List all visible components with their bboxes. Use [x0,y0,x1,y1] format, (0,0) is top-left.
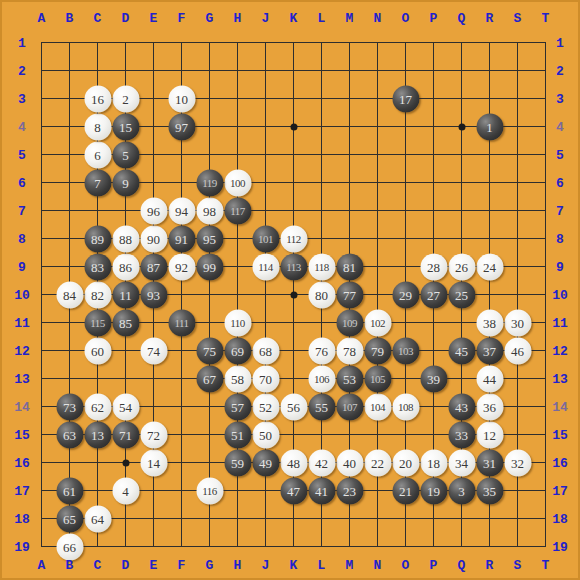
grid-line [41,210,546,211]
stone-white-L13[interactable]: 106 [308,365,335,392]
stone-black-C8[interactable]: 89 [84,225,111,252]
stone-white-Q9[interactable]: 26 [448,253,475,280]
stone-black-H15[interactable]: 51 [224,421,251,448]
grid-line [41,70,546,71]
stone-black-R4[interactable]: 1 [476,113,503,140]
stone-black-O3[interactable]: 17 [392,85,419,112]
stone-white-O16[interactable]: 20 [392,449,419,476]
stone-black-M9[interactable]: 81 [336,253,363,280]
stone-white-C10[interactable]: 82 [84,281,111,308]
row-label-right-2[interactable]: 2 [556,63,564,78]
stone-white-J13[interactable]: 70 [252,365,279,392]
stone-black-Q15[interactable]: 33 [448,421,475,448]
stone-black-D4[interactable]: 15 [112,113,139,140]
stone-black-F4[interactable]: 97 [168,113,195,140]
stone-black-G12[interactable]: 75 [196,337,223,364]
stone-black-G9[interactable]: 99 [196,253,223,280]
col-label-top-K[interactable]: K [290,11,298,26]
row-label-left-3[interactable]: 3 [18,91,26,106]
row-label-left-5[interactable]: 5 [18,147,26,162]
col-label-bottom-O[interactable]: O [402,558,410,573]
grid-line [41,42,546,43]
stone-black-C15[interactable]: 13 [84,421,111,448]
col-label-bottom-Q[interactable]: Q [458,558,466,573]
stone-white-E8[interactable]: 90 [140,225,167,252]
stone-black-G6[interactable]: 119 [196,169,223,196]
stone-white-R11[interactable]: 38 [476,309,503,336]
stone-white-C4[interactable]: 8 [84,113,111,140]
stone-black-O17[interactable]: 21 [392,477,419,504]
stone-white-R14[interactable]: 36 [476,393,503,420]
stone-black-J8[interactable]: 101 [252,225,279,252]
stone-white-K8[interactable]: 112 [280,225,307,252]
stone-white-J15[interactable]: 50 [252,421,279,448]
stone-white-S12[interactable]: 46 [504,337,531,364]
stone-black-M10[interactable]: 77 [336,281,363,308]
stone-black-D10[interactable]: 11 [112,281,139,308]
stone-white-D17[interactable]: 4 [112,477,139,504]
stone-white-C12[interactable]: 60 [84,337,111,364]
col-label-top-C[interactable]: C [94,11,102,26]
col-label-bottom-T[interactable]: T [542,558,550,573]
stone-black-O12[interactable]: 103 [392,337,419,364]
col-label-top-D[interactable]: D [122,11,130,26]
stone-black-G8[interactable]: 95 [196,225,223,252]
col-label-top-P[interactable]: P [430,11,438,26]
stone-black-H7[interactable]: 117 [224,197,251,224]
stone-black-N12[interactable]: 79 [364,337,391,364]
stone-white-N11[interactable]: 102 [364,309,391,336]
row-label-right-15[interactable]: 15 [552,427,568,442]
row-label-right-19[interactable]: 19 [552,539,568,554]
stone-black-Q10[interactable]: 25 [448,281,475,308]
stone-black-D5[interactable]: 5 [112,141,139,168]
stone-black-R12[interactable]: 37 [476,337,503,364]
row-label-left-8[interactable]: 8 [18,231,26,246]
stone-black-D6[interactable]: 9 [112,169,139,196]
stone-black-M11[interactable]: 109 [336,309,363,336]
stone-white-P16[interactable]: 18 [420,449,447,476]
col-label-bottom-C[interactable]: C [94,558,102,573]
stone-white-G17[interactable]: 116 [196,477,223,504]
col-label-bottom-M[interactable]: M [346,558,354,573]
stone-white-G7[interactable]: 98 [196,197,223,224]
row-label-left-4[interactable]: 4 [18,119,26,134]
stone-black-K17[interactable]: 47 [280,477,307,504]
row-label-right-5[interactable]: 5 [556,147,564,162]
col-label-bottom-R[interactable]: R [486,558,494,573]
stone-white-J12[interactable]: 68 [252,337,279,364]
stone-black-Q17[interactable]: 3 [448,477,475,504]
col-label-bottom-J[interactable]: J [262,558,270,573]
stone-white-E15[interactable]: 72 [140,421,167,448]
stone-white-S16[interactable]: 32 [504,449,531,476]
stone-white-K16[interactable]: 48 [280,449,307,476]
stone-black-B14[interactable]: 73 [56,393,83,420]
col-label-top-S[interactable]: S [514,11,522,26]
stone-white-K14[interactable]: 56 [280,393,307,420]
stone-white-L12[interactable]: 76 [308,337,335,364]
col-label-top-E[interactable]: E [150,11,158,26]
stone-black-C9[interactable]: 83 [84,253,111,280]
col-label-bottom-F[interactable]: F [178,558,186,573]
row-label-left-15[interactable]: 15 [14,427,30,442]
stone-white-C3[interactable]: 16 [84,85,111,112]
stone-black-B17[interactable]: 61 [56,477,83,504]
stone-black-D15[interactable]: 71 [112,421,139,448]
stone-black-F8[interactable]: 91 [168,225,195,252]
grid-line [41,546,546,547]
row-label-right-18[interactable]: 18 [552,511,568,526]
grid-line [41,378,546,379]
stone-white-C14[interactable]: 62 [84,393,111,420]
stone-black-J16[interactable]: 49 [252,449,279,476]
stone-black-H14[interactable]: 57 [224,393,251,420]
row-label-right-1[interactable]: 1 [556,35,564,50]
col-label-top-L[interactable]: L [318,11,326,26]
col-label-bottom-K[interactable]: K [290,558,298,573]
stone-black-P10[interactable]: 27 [420,281,447,308]
stone-black-P13[interactable]: 39 [420,365,447,392]
stone-white-R15[interactable]: 12 [476,421,503,448]
col-label-top-T[interactable]: T [542,11,550,26]
row-label-left-12[interactable]: 12 [14,343,30,358]
stone-white-O14[interactable]: 108 [392,393,419,420]
stone-white-F3[interactable]: 10 [168,85,195,112]
col-label-top-Q[interactable]: Q [458,11,466,26]
stone-white-C18[interactable]: 64 [84,505,111,532]
row-label-right-13[interactable]: 13 [552,371,568,386]
row-label-left-14[interactable]: 14 [14,399,30,414]
col-label-bottom-P[interactable]: P [430,558,438,573]
stone-white-E12[interactable]: 74 [140,337,167,364]
stone-white-J14[interactable]: 52 [252,393,279,420]
stone-black-M13[interactable]: 53 [336,365,363,392]
row-label-right-16[interactable]: 16 [552,455,568,470]
stone-white-L9[interactable]: 118 [308,253,335,280]
stone-white-H6[interactable]: 100 [224,169,251,196]
stone-black-M17[interactable]: 23 [336,477,363,504]
row-label-left-7[interactable]: 7 [18,203,26,218]
stone-white-N14[interactable]: 104 [364,393,391,420]
col-label-bottom-L[interactable]: L [318,558,326,573]
row-label-right-12[interactable]: 12 [552,343,568,358]
stone-white-C5[interactable]: 6 [84,141,111,168]
stone-white-L10[interactable]: 80 [308,281,335,308]
col-label-top-O[interactable]: O [402,11,410,26]
col-label-top-R[interactable]: R [486,11,494,26]
row-label-right-7[interactable]: 7 [556,203,564,218]
col-label-bottom-B[interactable]: B [66,558,74,573]
stone-black-N13[interactable]: 105 [364,365,391,392]
stone-black-H12[interactable]: 69 [224,337,251,364]
row-label-left-17[interactable]: 17 [14,483,30,498]
col-label-top-G[interactable]: G [206,11,214,26]
row-label-right-17[interactable]: 17 [552,483,568,498]
col-label-bottom-G[interactable]: G [206,558,214,573]
row-label-right-10[interactable]: 10 [552,287,568,302]
stone-black-Q14[interactable]: 43 [448,393,475,420]
stone-white-F9[interactable]: 92 [168,253,195,280]
stone-black-D11[interactable]: 85 [112,309,139,336]
col-label-top-F[interactable]: F [178,11,186,26]
col-label-bottom-N[interactable]: N [374,558,382,573]
stone-black-R17[interactable]: 35 [476,477,503,504]
stone-white-D3[interactable]: 2 [112,85,139,112]
row-label-right-4[interactable]: 4 [556,119,564,134]
stone-black-C6[interactable]: 7 [84,169,111,196]
row-label-left-10[interactable]: 10 [14,287,30,302]
col-label-top-J[interactable]: J [262,11,270,26]
col-label-bottom-D[interactable]: D [122,558,130,573]
stone-white-P9[interactable]: 28 [420,253,447,280]
stone-white-E7[interactable]: 96 [140,197,167,224]
stone-white-M12[interactable]: 78 [336,337,363,364]
star-point-K10 [290,291,297,298]
stone-black-B18[interactable]: 65 [56,505,83,532]
row-label-right-11[interactable]: 11 [552,315,568,330]
stone-black-E10[interactable]: 93 [140,281,167,308]
row-label-left-9[interactable]: 9 [18,259,26,274]
stone-white-Q16[interactable]: 34 [448,449,475,476]
stone-white-H13[interactable]: 58 [224,365,251,392]
col-label-top-H[interactable]: H [234,11,242,26]
col-label-bottom-S[interactable]: S [514,558,522,573]
row-label-right-8[interactable]: 8 [556,231,564,246]
col-label-top-N[interactable]: N [374,11,382,26]
stone-black-F11[interactable]: 111 [168,309,195,336]
col-label-bottom-H[interactable]: H [234,558,242,573]
stone-black-L17[interactable]: 41 [308,477,335,504]
col-label-bottom-A[interactable]: A [38,558,46,573]
stone-white-B10[interactable]: 84 [56,281,83,308]
stone-white-R13[interactable]: 44 [476,365,503,392]
stone-white-N16[interactable]: 22 [364,449,391,476]
stone-white-H11[interactable]: 110 [224,309,251,336]
stone-white-M16[interactable]: 40 [336,449,363,476]
stone-white-B19[interactable]: 66 [56,533,83,560]
stone-black-P17[interactable]: 19 [420,477,447,504]
col-label-bottom-E[interactable]: E [150,558,158,573]
stone-white-L16[interactable]: 42 [308,449,335,476]
col-label-top-M[interactable]: M [346,11,354,26]
star-point-K4 [290,123,297,130]
row-label-right-6[interactable]: 6 [556,175,564,190]
row-label-left-6[interactable]: 6 [18,175,26,190]
stone-black-K9[interactable]: 113 [280,253,307,280]
grid-line [41,518,546,519]
stone-white-E16[interactable]: 14 [140,449,167,476]
stone-black-E9[interactable]: 87 [140,253,167,280]
row-label-left-1[interactable]: 1 [18,35,26,50]
stone-black-G13[interactable]: 67 [196,365,223,392]
star-point-D16 [122,459,129,466]
stone-black-L14[interactable]: 55 [308,393,335,420]
row-label-left-11[interactable]: 11 [14,315,30,330]
stone-white-F7[interactable]: 94 [168,197,195,224]
col-label-top-A[interactable]: A [38,11,46,26]
star-point-Q4 [458,123,465,130]
row-label-left-2[interactable]: 2 [18,63,26,78]
row-label-left-16[interactable]: 16 [14,455,30,470]
row-label-right-9[interactable]: 9 [556,259,564,274]
stone-white-D8[interactable]: 88 [112,225,139,252]
stone-black-Q12[interactable]: 45 [448,337,475,364]
col-label-top-B[interactable]: B [66,11,74,26]
row-label-right-3[interactable]: 3 [556,91,564,106]
stone-white-J9[interactable]: 114 [252,253,279,280]
stone-black-O10[interactable]: 29 [392,281,419,308]
stone-white-D14[interactable]: 54 [112,393,139,420]
stone-white-D9[interactable]: 86 [112,253,139,280]
stone-black-R16[interactable]: 31 [476,449,503,476]
stone-black-H16[interactable]: 59 [224,449,251,476]
row-label-left-19[interactable]: 19 [14,539,30,554]
stone-black-B15[interactable]: 63 [56,421,83,448]
stone-black-C11[interactable]: 115 [84,309,111,336]
stone-black-M14[interactable]: 107 [336,393,363,420]
row-label-left-18[interactable]: 18 [14,511,30,526]
go-board: 1234567891011121314151617181920212223242… [0,0,580,580]
stone-white-S11[interactable]: 30 [504,309,531,336]
row-label-right-14[interactable]: 14 [552,399,568,414]
stone-white-R9[interactable]: 24 [476,253,503,280]
row-label-left-13[interactable]: 13 [14,371,30,386]
